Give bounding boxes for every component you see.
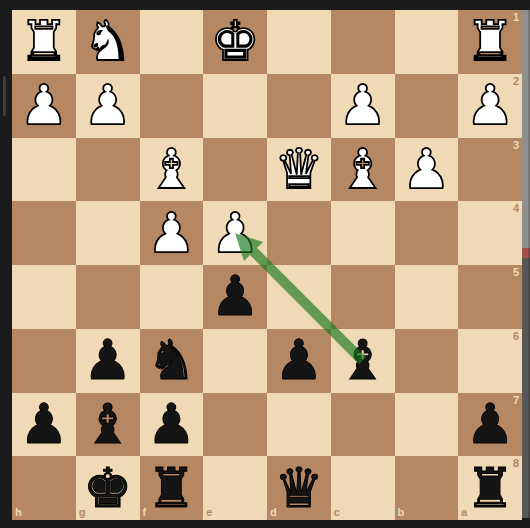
white-pawn-c2[interactable]: ♟: [331, 74, 395, 138]
square-e7[interactable]: [203, 393, 267, 457]
square-h6[interactable]: [12, 329, 76, 393]
square-b4[interactable]: [395, 201, 459, 265]
square-c4[interactable]: [331, 201, 395, 265]
rank-label-4: 4: [513, 203, 519, 214]
black-bishop-g7[interactable]: ♝: [76, 393, 140, 457]
square-b7[interactable]: [395, 393, 459, 457]
square-f3[interactable]: ♝: [140, 138, 204, 202]
square-b2[interactable]: [395, 74, 459, 138]
square-b8[interactable]: b: [395, 456, 459, 520]
right-scrollbar-thumb[interactable]: [522, 10, 530, 250]
white-bishop-c3[interactable]: ♝: [331, 138, 395, 202]
square-e3[interactable]: [203, 138, 267, 202]
square-e1[interactable]: ♚: [203, 10, 267, 74]
rank-label-5: 5: [513, 267, 519, 278]
square-a3[interactable]: 3: [458, 138, 522, 202]
rank-label-3: 3: [513, 140, 519, 151]
left-scrollbar-thumb[interactable]: [3, 76, 6, 116]
square-a4[interactable]: 4: [458, 201, 522, 265]
square-d1[interactable]: [267, 10, 331, 74]
white-pawn-a2[interactable]: ♟: [458, 74, 522, 138]
square-f5[interactable]: [140, 265, 204, 329]
square-g1[interactable]: ♞: [76, 10, 140, 74]
square-d7[interactable]: [267, 393, 331, 457]
square-f4[interactable]: ♟: [140, 201, 204, 265]
square-h3[interactable]: [12, 138, 76, 202]
square-b6[interactable]: [395, 329, 459, 393]
file-label-c: c: [334, 507, 340, 518]
square-h8[interactable]: h: [12, 456, 76, 520]
black-rook-f8[interactable]: ♜: [140, 456, 204, 520]
square-h4[interactable]: [12, 201, 76, 265]
square-f2[interactable]: [140, 74, 204, 138]
black-pawn-d6[interactable]: ♟: [267, 329, 331, 393]
square-b1[interactable]: [395, 10, 459, 74]
square-g7[interactable]: ♝: [76, 393, 140, 457]
square-f6[interactable]: ♞: [140, 329, 204, 393]
black-pawn-e5[interactable]: ♟: [203, 265, 267, 329]
square-d3[interactable]: ♛: [267, 138, 331, 202]
black-knight-f6[interactable]: ♞: [140, 329, 204, 393]
square-a7[interactable]: 7♟: [458, 393, 522, 457]
black-pawn-f7[interactable]: ♟: [140, 393, 204, 457]
square-f8[interactable]: f♜: [140, 456, 204, 520]
square-e8[interactable]: e: [203, 456, 267, 520]
black-king-g8[interactable]: ♚: [76, 456, 140, 520]
board-frame: ♜♞♚1♜♟♟♟2♟♝♛♝♟3♟♟4♟5♟♞♟♝6♟♝♟7♟hg♚f♜ed♛cb…: [12, 10, 522, 520]
square-g2[interactable]: ♟: [76, 74, 140, 138]
square-d6[interactable]: ♟: [267, 329, 331, 393]
square-h2[interactable]: ♟: [12, 74, 76, 138]
file-label-e: e: [206, 507, 212, 518]
white-queen-d3[interactable]: ♛: [267, 138, 331, 202]
square-a6[interactable]: 6: [458, 329, 522, 393]
white-rook-a1[interactable]: ♜: [458, 10, 522, 74]
white-king-e1[interactable]: ♚: [203, 10, 267, 74]
square-a2[interactable]: 2♟: [458, 74, 522, 138]
square-g5[interactable]: [76, 265, 140, 329]
square-g3[interactable]: [76, 138, 140, 202]
square-e4[interactable]: ♟: [203, 201, 267, 265]
scrollbar-red-marker: [522, 248, 530, 258]
white-pawn-h2[interactable]: ♟: [12, 74, 76, 138]
black-pawn-a7[interactable]: ♟: [458, 393, 522, 457]
white-pawn-f4[interactable]: ♟: [140, 201, 204, 265]
square-h7[interactable]: ♟: [12, 393, 76, 457]
square-h5[interactable]: [12, 265, 76, 329]
square-c8[interactable]: c: [331, 456, 395, 520]
square-b3[interactable]: ♟: [395, 138, 459, 202]
square-d8[interactable]: d♛: [267, 456, 331, 520]
square-d2[interactable]: [267, 74, 331, 138]
square-c3[interactable]: ♝: [331, 138, 395, 202]
chess-board: ♜♞♚1♜♟♟♟2♟♝♛♝♟3♟♟4♟5♟♞♟♝6♟♝♟7♟hg♚f♜ed♛cb…: [12, 10, 522, 520]
square-b5[interactable]: [395, 265, 459, 329]
square-f7[interactable]: ♟: [140, 393, 204, 457]
square-d5[interactable]: [267, 265, 331, 329]
white-bishop-f3[interactable]: ♝: [140, 138, 204, 202]
square-h1[interactable]: ♜: [12, 10, 76, 74]
file-label-h: h: [15, 507, 22, 518]
square-a8[interactable]: a8♜: [458, 456, 522, 520]
black-pawn-h7[interactable]: ♟: [12, 393, 76, 457]
rank-label-6: 6: [513, 331, 519, 342]
square-f1[interactable]: [140, 10, 204, 74]
white-pawn-g2[interactable]: ♟: [76, 74, 140, 138]
square-g6[interactable]: ♟: [76, 329, 140, 393]
square-a5[interactable]: 5: [458, 265, 522, 329]
black-rook-a8[interactable]: ♜: [458, 456, 522, 520]
square-d4[interactable]: [267, 201, 331, 265]
square-a1[interactable]: 1♜: [458, 10, 522, 74]
square-c6[interactable]: ♝: [331, 329, 395, 393]
white-rook-h1[interactable]: ♜: [12, 10, 76, 74]
square-c5[interactable]: [331, 265, 395, 329]
square-e2[interactable]: [203, 74, 267, 138]
square-c7[interactable]: [331, 393, 395, 457]
right-scrollbar[interactable]: [522, 0, 530, 528]
square-g8[interactable]: g♚: [76, 456, 140, 520]
right-scrollbar-track[interactable]: [522, 258, 530, 518]
black-queen-d8[interactable]: ♛: [267, 456, 331, 520]
square-c2[interactable]: ♟: [331, 74, 395, 138]
white-pawn-b3[interactable]: ♟: [395, 138, 459, 202]
white-pawn-e4[interactable]: ♟: [203, 201, 267, 265]
square-c1[interactable]: [331, 10, 395, 74]
white-knight-g1[interactable]: ♞: [76, 10, 140, 74]
file-label-b: b: [398, 507, 405, 518]
square-e6[interactable]: [203, 329, 267, 393]
square-e5[interactable]: ♟: [203, 265, 267, 329]
black-pawn-g6[interactable]: ♟: [76, 329, 140, 393]
black-bishop-c6[interactable]: ♝: [331, 329, 395, 393]
square-g4[interactable]: [76, 201, 140, 265]
